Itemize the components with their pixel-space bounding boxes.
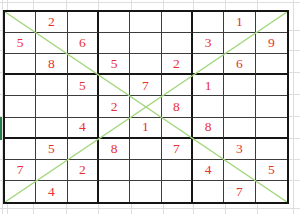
cell-r7c5[interactable] xyxy=(130,139,161,160)
cell-r9c7[interactable] xyxy=(193,181,224,202)
cell-r9c5[interactable] xyxy=(130,181,161,202)
cell-r8c9[interactable]: 5 xyxy=(256,160,287,181)
spreadsheet-canvas: 2156398526571284185873724547 xyxy=(0,0,300,214)
cell-r4c2[interactable] xyxy=(36,75,67,96)
cell-r8c4[interactable] xyxy=(99,160,130,181)
cell-r2c5[interactable] xyxy=(130,33,161,54)
cell-r1c7[interactable] xyxy=(193,12,224,33)
cell-r1c2[interactable]: 2 xyxy=(36,12,67,33)
cell-r6c2[interactable] xyxy=(36,118,67,139)
cell-r9c2[interactable]: 4 xyxy=(36,181,67,202)
cell-r2c4[interactable] xyxy=(99,33,130,54)
cell-r5c7[interactable] xyxy=(193,96,224,117)
cell-r3c7[interactable] xyxy=(193,54,224,75)
row-selection-bar xyxy=(0,117,2,140)
cell-r3c6[interactable]: 2 xyxy=(162,54,193,75)
cell-r1c1[interactable] xyxy=(5,12,36,33)
cell-r5c1[interactable] xyxy=(5,96,36,117)
cell-r9c1[interactable] xyxy=(5,181,36,202)
cell-r4c6[interactable] xyxy=(162,75,193,96)
cell-r3c3[interactable] xyxy=(68,54,99,75)
cell-r9c8[interactable]: 7 xyxy=(224,181,255,202)
cell-r1c5[interactable] xyxy=(130,12,161,33)
sudoku-board: 2156398526571284185873724547 xyxy=(3,10,289,204)
cell-r8c7[interactable]: 4 xyxy=(193,160,224,181)
cell-r4c3[interactable]: 5 xyxy=(68,75,99,96)
cell-r7c7[interactable] xyxy=(193,139,224,160)
cell-r8c5[interactable] xyxy=(130,160,161,181)
cell-r1c4[interactable] xyxy=(99,12,130,33)
cell-r2c7[interactable]: 3 xyxy=(193,33,224,54)
cell-r3c9[interactable] xyxy=(256,54,287,75)
cell-r5c6[interactable]: 8 xyxy=(162,96,193,117)
cell-r3c4[interactable]: 5 xyxy=(99,54,130,75)
cell-r2c2[interactable] xyxy=(36,33,67,54)
cell-r6c8[interactable] xyxy=(224,118,255,139)
cell-r7c2[interactable]: 5 xyxy=(36,139,67,160)
cell-r6c6[interactable] xyxy=(162,118,193,139)
cell-r4c1[interactable] xyxy=(5,75,36,96)
cell-r8c1[interactable]: 7 xyxy=(5,160,36,181)
cell-r7c8[interactable]: 3 xyxy=(224,139,255,160)
cell-r8c8[interactable] xyxy=(224,160,255,181)
cell-r2c6[interactable] xyxy=(162,33,193,54)
cell-r6c4[interactable] xyxy=(99,118,130,139)
cell-r4c8[interactable] xyxy=(224,75,255,96)
cell-r1c9[interactable] xyxy=(256,12,287,33)
cell-r8c3[interactable]: 2 xyxy=(68,160,99,181)
cell-r1c8[interactable]: 1 xyxy=(224,12,255,33)
cell-r3c1[interactable] xyxy=(5,54,36,75)
cell-r4c4[interactable] xyxy=(99,75,130,96)
cell-r7c3[interactable] xyxy=(68,139,99,160)
cell-r6c1[interactable] xyxy=(5,118,36,139)
cell-r5c5[interactable] xyxy=(130,96,161,117)
cell-r2c1[interactable]: 5 xyxy=(5,33,36,54)
cell-r5c9[interactable] xyxy=(256,96,287,117)
cell-r5c2[interactable] xyxy=(36,96,67,117)
cell-r9c6[interactable] xyxy=(162,181,193,202)
cell-r8c6[interactable] xyxy=(162,160,193,181)
cell-r9c3[interactable] xyxy=(68,181,99,202)
cell-r9c9[interactable] xyxy=(256,181,287,202)
cell-r7c1[interactable] xyxy=(5,139,36,160)
cell-r6c3[interactable]: 4 xyxy=(68,118,99,139)
cell-r9c4[interactable] xyxy=(99,181,130,202)
cell-r6c7[interactable]: 8 xyxy=(193,118,224,139)
cell-r5c8[interactable] xyxy=(224,96,255,117)
cell-r6c5[interactable]: 1 xyxy=(130,118,161,139)
cell-r3c5[interactable] xyxy=(130,54,161,75)
cell-r7c4[interactable]: 8 xyxy=(99,139,130,160)
cell-r5c4[interactable]: 2 xyxy=(99,96,130,117)
cell-r4c9[interactable] xyxy=(256,75,287,96)
cell-r5c3[interactable] xyxy=(68,96,99,117)
cell-r6c9[interactable] xyxy=(256,118,287,139)
cell-r3c2[interactable]: 8 xyxy=(36,54,67,75)
cell-r4c5[interactable]: 7 xyxy=(130,75,161,96)
cell-r4c7[interactable]: 1 xyxy=(193,75,224,96)
cell-r7c6[interactable]: 7 xyxy=(162,139,193,160)
cell-r2c3[interactable]: 6 xyxy=(68,33,99,54)
cell-r2c8[interactable] xyxy=(224,33,255,54)
cell-r1c3[interactable] xyxy=(68,12,99,33)
cell-r7c9[interactable] xyxy=(256,139,287,160)
cell-r2c9[interactable]: 9 xyxy=(256,33,287,54)
cell-r1c6[interactable] xyxy=(162,12,193,33)
cell-r3c8[interactable]: 6 xyxy=(224,54,255,75)
cell-r8c2[interactable] xyxy=(36,160,67,181)
sudoku-cells: 2156398526571284185873724547 xyxy=(5,12,287,202)
